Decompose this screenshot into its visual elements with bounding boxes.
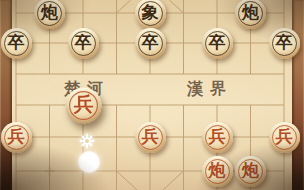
piece-character: 兵 bbox=[276, 128, 293, 145]
piece-character: 卒 bbox=[276, 34, 293, 51]
piece-black-soldier[interactable]: 卒 bbox=[1, 28, 32, 59]
piece-character: 兵 bbox=[142, 128, 159, 145]
piece-character: 卒 bbox=[8, 34, 25, 51]
piece-black-cannon[interactable]: 炮 bbox=[34, 0, 65, 29]
river-label-han-jie: 漢界 bbox=[187, 80, 233, 98]
piece-character: 兵 bbox=[8, 128, 25, 145]
board-right-wood-edge bbox=[292, 0, 304, 190]
piece-character: 炮 bbox=[41, 4, 58, 21]
piece-character: 象 bbox=[142, 4, 159, 21]
move-origin-sparkle-icon bbox=[79, 133, 95, 149]
piece-red-soldier[interactable]: 兵 bbox=[135, 122, 166, 153]
piece-red-soldier[interactable]: 兵 bbox=[202, 122, 233, 153]
piece-character: 炮 bbox=[209, 162, 226, 179]
piece-character: 兵 bbox=[209, 128, 226, 145]
piece-black-cannon[interactable]: 炮 bbox=[235, 0, 266, 29]
piece-black-soldier[interactable]: 卒 bbox=[202, 28, 233, 59]
piece-character: 炮 bbox=[242, 162, 259, 179]
piece-red-soldier[interactable]: 兵 bbox=[1, 122, 32, 153]
piece-red-soldier[interactable]: 兵 bbox=[269, 122, 300, 153]
piece-red-cannon[interactable]: 炮 bbox=[202, 156, 233, 187]
piece-character: 兵 bbox=[73, 94, 93, 114]
piece-red-cannon[interactable]: 炮 bbox=[235, 156, 266, 187]
piece-black-soldier[interactable]: 卒 bbox=[269, 28, 300, 59]
xiangqi-board[interactable]: 楚河 漢界 炮象炮卒卒卒卒卒兵兵兵兵兵炮炮 bbox=[0, 0, 304, 190]
piece-character: 炮 bbox=[242, 4, 259, 21]
piece-red-soldier[interactable]: 兵 bbox=[65, 87, 101, 123]
piece-black-soldier[interactable]: 卒 bbox=[135, 28, 166, 59]
piece-black-soldier[interactable]: 卒 bbox=[68, 28, 99, 59]
piece-character: 卒 bbox=[209, 34, 226, 51]
piece-character: 卒 bbox=[75, 34, 92, 51]
piece-black-elephant[interactable]: 象 bbox=[135, 0, 166, 29]
touch-ripple-circle bbox=[78, 151, 100, 173]
piece-character: 卒 bbox=[142, 34, 159, 51]
